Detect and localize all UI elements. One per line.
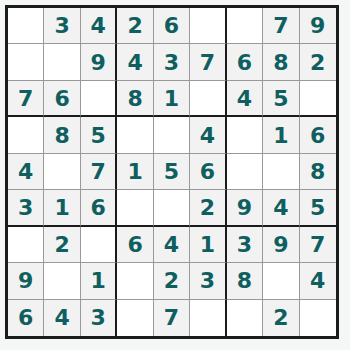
cell-r1c3: 4 (81, 8, 117, 44)
cell-r2c3: 9 (81, 44, 117, 80)
cell-r1c8: 7 (263, 8, 299, 44)
cell-r3c8: 5 (263, 81, 299, 117)
cell-r1c9: 9 (300, 8, 336, 44)
cell-r1c1[interactable] (8, 8, 44, 44)
cell-r6c7: 9 (227, 190, 263, 226)
cell-r5c8[interactable] (263, 154, 299, 190)
cell-r2c9: 2 (300, 44, 336, 80)
cell-r5c9: 8 (300, 154, 336, 190)
cell-r4c3: 5 (81, 117, 117, 153)
cell-r6c8: 4 (263, 190, 299, 226)
cell-r8c5: 2 (154, 263, 190, 299)
cell-r6c6: 2 (190, 190, 226, 226)
sudoku-board: 3426799437682768145854164715683162945264… (5, 5, 339, 339)
cell-r6c1: 3 (8, 190, 44, 226)
cell-r7c6: 1 (190, 227, 226, 263)
cell-r5c7[interactable] (227, 154, 263, 190)
cell-r3c1: 7 (8, 81, 44, 117)
cell-r8c9: 4 (300, 263, 336, 299)
cell-r6c2: 1 (44, 190, 80, 226)
cell-r9c5: 7 (154, 300, 190, 336)
cell-r8c8[interactable] (263, 263, 299, 299)
cell-r3c3[interactable] (81, 81, 117, 117)
cell-r3c7: 4 (227, 81, 263, 117)
cell-r7c7: 3 (227, 227, 263, 263)
cell-r9c8: 2 (263, 300, 299, 336)
cell-r9c1: 6 (8, 300, 44, 336)
cell-r2c7: 6 (227, 44, 263, 80)
cell-r6c9: 5 (300, 190, 336, 226)
cell-r7c2: 2 (44, 227, 80, 263)
cell-r7c4: 6 (117, 227, 153, 263)
cell-r9c7[interactable] (227, 300, 263, 336)
cell-r3c2: 6 (44, 81, 80, 117)
cell-r4c5[interactable] (154, 117, 190, 153)
cell-r3c6[interactable] (190, 81, 226, 117)
cell-r8c1: 9 (8, 263, 44, 299)
cell-r4c7[interactable] (227, 117, 263, 153)
cell-r6c4[interactable] (117, 190, 153, 226)
cell-r7c8: 9 (263, 227, 299, 263)
cell-r8c4[interactable] (117, 263, 153, 299)
cell-r1c7[interactable] (227, 8, 263, 44)
cell-r2c6: 7 (190, 44, 226, 80)
cell-r3c5: 1 (154, 81, 190, 117)
cell-r1c6[interactable] (190, 8, 226, 44)
cell-r1c5: 6 (154, 8, 190, 44)
cell-r3c4: 8 (117, 81, 153, 117)
cell-r5c5: 5 (154, 154, 190, 190)
cell-r2c1[interactable] (8, 44, 44, 80)
cell-r4c4[interactable] (117, 117, 153, 153)
cell-r7c3[interactable] (81, 227, 117, 263)
cell-r5c4: 1 (117, 154, 153, 190)
cell-r9c4[interactable] (117, 300, 153, 336)
cell-r8c3: 1 (81, 263, 117, 299)
cell-r9c3: 3 (81, 300, 117, 336)
cell-r8c6: 3 (190, 263, 226, 299)
cell-r5c3: 7 (81, 154, 117, 190)
cell-r2c4: 4 (117, 44, 153, 80)
cell-r9c9[interactable] (300, 300, 336, 336)
cell-r5c2[interactable] (44, 154, 80, 190)
cell-r7c1[interactable] (8, 227, 44, 263)
cell-r4c9: 6 (300, 117, 336, 153)
cell-r3c9[interactable] (300, 81, 336, 117)
cell-r5c1: 4 (8, 154, 44, 190)
sudoku-page: 3426799437682768145854164715683162945264… (0, 0, 350, 344)
cell-r4c8: 1 (263, 117, 299, 153)
cell-r9c6[interactable] (190, 300, 226, 336)
cell-r6c3: 6 (81, 190, 117, 226)
cell-r1c4: 2 (117, 8, 153, 44)
cell-r4c1[interactable] (8, 117, 44, 153)
cell-r9c2: 4 (44, 300, 80, 336)
cell-r8c2[interactable] (44, 263, 80, 299)
cell-r2c5: 3 (154, 44, 190, 80)
cell-r2c2[interactable] (44, 44, 80, 80)
cell-r4c6: 4 (190, 117, 226, 153)
cell-r6c5[interactable] (154, 190, 190, 226)
cell-r7c9: 7 (300, 227, 336, 263)
cell-r4c2: 8 (44, 117, 80, 153)
cell-r2c8: 8 (263, 44, 299, 80)
cell-r8c7: 8 (227, 263, 263, 299)
cell-r7c5: 4 (154, 227, 190, 263)
cell-r5c6: 6 (190, 154, 226, 190)
cell-r1c2: 3 (44, 8, 80, 44)
